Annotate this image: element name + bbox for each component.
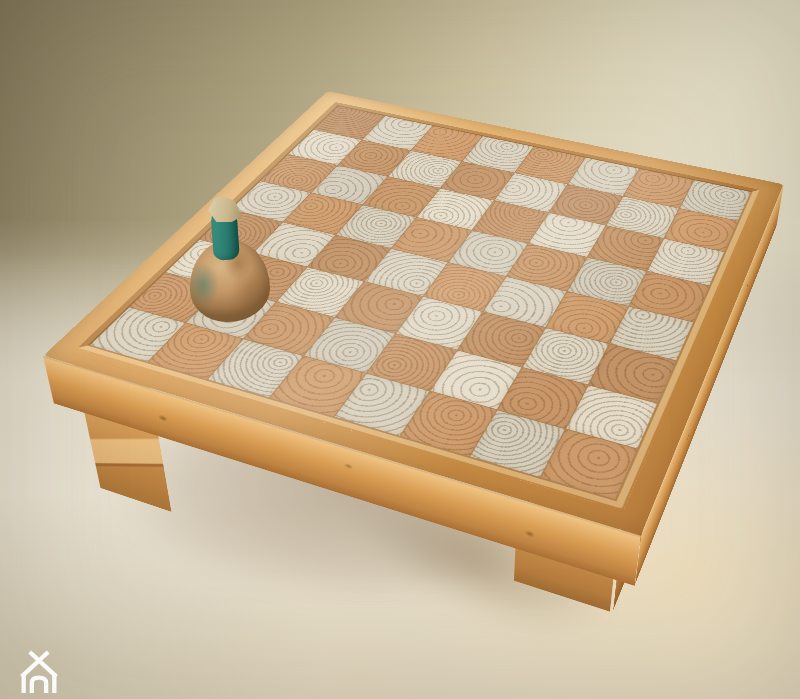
board-square: [336, 282, 422, 333]
board-square: [458, 312, 544, 367]
house-logo-icon: [16, 650, 62, 695]
board-square: [630, 272, 709, 322]
board-square: [484, 277, 567, 327]
logo-door-arch: [32, 678, 46, 693]
board-square: [567, 385, 658, 448]
board-square: [523, 328, 609, 384]
board-square: [304, 318, 394, 373]
board-square: [208, 340, 303, 398]
board-square: [401, 392, 496, 456]
ceramic-vase: [182, 196, 282, 328]
board-square: [431, 350, 522, 409]
board-square: [546, 291, 629, 343]
board-square: [423, 262, 506, 311]
board-square: [277, 267, 363, 316]
board-square: [270, 356, 365, 416]
board-square: [90, 308, 184, 362]
board-square: [497, 368, 588, 429]
board-square: [366, 334, 456, 391]
board-square: [589, 344, 675, 402]
board-square: [568, 257, 647, 305]
board-square: [334, 374, 429, 436]
board-square: [542, 430, 637, 499]
photo-scene: [0, 0, 800, 699]
board-square: [148, 323, 242, 379]
board-square: [611, 307, 694, 361]
board-square: [396, 297, 482, 350]
board-square: [470, 410, 565, 477]
